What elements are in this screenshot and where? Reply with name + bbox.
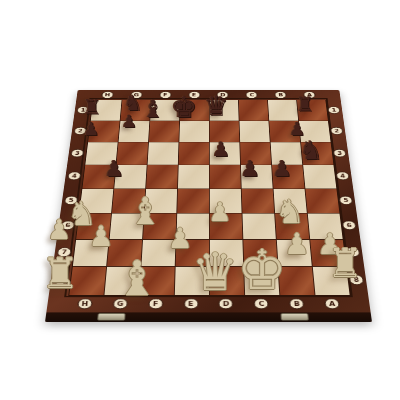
chess-square-d2 — [210, 121, 240, 142]
chess-square-d5 — [210, 189, 242, 213]
chess-square-f1 — [150, 100, 180, 120]
rank-label-right-6: 6 — [342, 221, 357, 230]
chess-square-e8 — [175, 267, 209, 295]
file-label-top-f: F — [159, 91, 171, 98]
rank-label-right-2: 2 — [330, 127, 344, 135]
chess-square-b3 — [271, 143, 303, 165]
chess-square-d6 — [210, 214, 243, 239]
rank-label-left-2: 2 — [73, 127, 87, 135]
chess-square-c5 — [242, 189, 274, 213]
chess-square-a3 — [301, 143, 333, 165]
chess-square-h2 — [88, 121, 120, 142]
chess-square-g4 — [114, 165, 146, 188]
file-label-top-b: B — [274, 91, 287, 98]
chess-square-f3 — [148, 143, 179, 165]
rank-label-right-8: 8 — [349, 275, 365, 285]
file-label-top-c: C — [246, 91, 258, 98]
rank-label-right-1: 1 — [327, 106, 340, 113]
chess-square-g7 — [107, 240, 142, 267]
chess-square-g1 — [121, 100, 151, 120]
chess-square-d1 — [210, 100, 239, 120]
file-label-bottom-d: D — [219, 298, 234, 309]
chess-square-d3 — [210, 143, 240, 165]
chess-square-g3 — [116, 143, 148, 165]
file-label-top-a: A — [303, 91, 316, 98]
chess-square-g5 — [112, 189, 145, 213]
box-edge — [45, 312, 372, 322]
file-label-top-g: G — [130, 91, 143, 98]
chess-square-h1 — [91, 100, 122, 120]
rank-label-left-8: 8 — [53, 275, 69, 285]
chess-square-a5 — [305, 189, 339, 213]
chess-square-b8 — [279, 267, 315, 295]
chess-square-g6 — [110, 214, 144, 239]
rank-label-right-4: 4 — [336, 172, 350, 181]
chess-square-h8 — [69, 267, 106, 295]
file-label-bottom-g: G — [112, 298, 128, 309]
rank-label-left-5: 5 — [64, 196, 79, 205]
chess-square-h7 — [73, 240, 109, 267]
file-label-bottom-b: B — [289, 298, 305, 309]
chess-square-f7 — [141, 240, 175, 267]
chess-square-f2 — [149, 121, 179, 142]
chess-square-g8 — [104, 267, 140, 295]
chess-square-b6 — [275, 214, 309, 239]
chess-square-e7 — [176, 240, 209, 267]
chess-square-f5 — [145, 189, 177, 213]
rank-label-left-1: 1 — [76, 106, 89, 113]
chess-square-d4 — [210, 165, 241, 188]
chess-square-c3 — [240, 143, 271, 165]
chess-square-e4 — [178, 165, 209, 188]
hinge-2 — [280, 313, 308, 320]
file-label-top-e: E — [188, 91, 200, 98]
chess-square-c4 — [241, 165, 273, 188]
chess-square-e5 — [177, 189, 209, 213]
chess-square-b4 — [272, 165, 304, 188]
chess-square-h5 — [79, 189, 113, 213]
chess-square-a4 — [303, 165, 336, 188]
photo-stage: HHGGFFEEDDCCBBAA1122334455667788 ♜♞♝♚♛♜♟… — [0, 0, 400, 400]
chess-square-f6 — [143, 214, 176, 239]
file-label-bottom-h: H — [77, 298, 93, 309]
chess-square-b2 — [269, 121, 300, 142]
chess-square-a6 — [308, 214, 343, 239]
chess-square-h4 — [82, 165, 115, 188]
file-label-bottom-e: E — [183, 298, 198, 309]
chess-square-d7 — [210, 240, 243, 267]
rank-label-left-4: 4 — [67, 172, 81, 181]
chess-square-f8 — [140, 267, 175, 295]
rank-label-left-3: 3 — [70, 149, 84, 157]
chess-square-a8 — [313, 267, 350, 295]
hinge-1 — [97, 313, 125, 320]
chess-square-h3 — [85, 143, 117, 165]
chess-square-c1 — [239, 100, 269, 120]
file-label-bottom-c: C — [254, 298, 269, 309]
chess-square-c2 — [239, 121, 269, 142]
chess-square-f4 — [146, 165, 178, 188]
chess-square-g2 — [119, 121, 150, 142]
chess-square-c6 — [242, 214, 275, 239]
chess-square-e3 — [179, 143, 209, 165]
chess-square-c8 — [244, 267, 279, 295]
file-label-top-d: D — [217, 91, 229, 98]
chess-square-a7 — [310, 240, 346, 267]
rank-label-right-5: 5 — [339, 196, 354, 205]
chess-square-h6 — [76, 214, 111, 239]
chess-square-b1 — [268, 100, 298, 120]
chess-square-a1 — [297, 100, 328, 120]
rank-label-left-6: 6 — [60, 221, 75, 230]
chess-square-e2 — [179, 121, 209, 142]
board-frame: HHGGFFEEDDCCBBAA1122334455667788 — [45, 90, 372, 322]
chess-square-e1 — [180, 100, 209, 120]
file-label-bottom-a: A — [324, 298, 340, 309]
rank-label-right-3: 3 — [333, 149, 347, 157]
rank-label-right-7: 7 — [345, 247, 360, 257]
file-label-top-h: H — [101, 91, 114, 98]
rank-label-left-7: 7 — [57, 247, 72, 257]
chess-square-d8 — [210, 267, 244, 295]
chess-square-b5 — [274, 189, 307, 213]
board-grid — [68, 100, 350, 296]
chess-square-e6 — [176, 214, 208, 239]
chess-square-b7 — [277, 240, 312, 267]
chess-square-a2 — [299, 121, 331, 142]
chess-square-c7 — [243, 240, 277, 267]
file-label-bottom-f: F — [148, 298, 163, 309]
